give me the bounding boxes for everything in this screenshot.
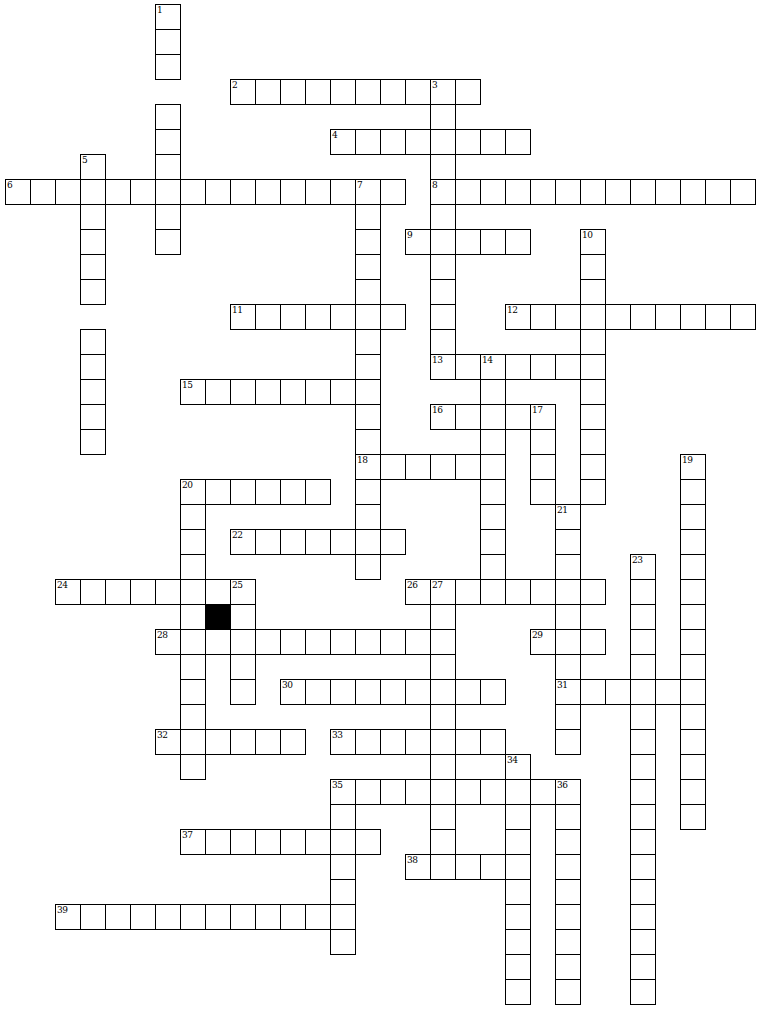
crossword-cell[interactable]	[530, 429, 556, 455]
crossword-cell[interactable]	[555, 629, 581, 655]
crossword-cell[interactable]	[130, 179, 156, 205]
crossword-cell[interactable]: 8	[430, 179, 456, 205]
crossword-cell[interactable]	[730, 304, 756, 330]
crossword-cell[interactable]	[430, 279, 456, 305]
crossword-cell[interactable]	[455, 179, 481, 205]
crossword-cell[interactable]	[355, 679, 381, 705]
crossword-cell[interactable]	[280, 479, 306, 505]
crossword-cell[interactable]	[630, 179, 656, 205]
crossword-cell[interactable]	[630, 779, 656, 805]
crossword-cell[interactable]	[430, 729, 456, 755]
crossword-cell[interactable]	[55, 179, 81, 205]
crossword-cell[interactable]	[555, 354, 581, 380]
crossword-cell[interactable]	[480, 454, 506, 480]
crossword-cell[interactable]	[130, 904, 156, 930]
crossword-cell[interactable]	[330, 179, 356, 205]
crossword-cell[interactable]	[330, 829, 356, 855]
crossword-cell[interactable]	[455, 354, 481, 380]
crossword-cell[interactable]	[680, 804, 706, 830]
crossword-cell[interactable]	[630, 729, 656, 755]
crossword-cell[interactable]	[630, 854, 656, 880]
crossword-cell[interactable]	[555, 554, 581, 580]
crossword-cell[interactable]: 14	[480, 354, 506, 380]
crossword-cell[interactable]	[680, 704, 706, 730]
crossword-cell[interactable]	[630, 904, 656, 930]
crossword-cell[interactable]	[580, 254, 606, 280]
crossword-cell[interactable]	[380, 529, 406, 555]
crossword-cell[interactable]: 30	[280, 679, 306, 705]
crossword-cell[interactable]: 16	[430, 404, 456, 430]
crossword-cell[interactable]	[355, 329, 381, 355]
crossword-cell[interactable]	[580, 479, 606, 505]
crossword-cell[interactable]	[455, 404, 481, 430]
crossword-cell[interactable]	[155, 29, 181, 55]
crossword-cell[interactable]	[480, 379, 506, 405]
crossword-cell[interactable]	[355, 429, 381, 455]
crossword-cell[interactable]	[680, 629, 706, 655]
crossword-cell[interactable]: 1	[155, 4, 181, 30]
crossword-cell[interactable]	[155, 229, 181, 255]
crossword-cell[interactable]	[580, 279, 606, 305]
crossword-cell[interactable]	[580, 454, 606, 480]
crossword-cell[interactable]: 3	[430, 79, 456, 105]
crossword-cell[interactable]	[580, 179, 606, 205]
crossword-cell[interactable]	[355, 79, 381, 105]
crossword-cell[interactable]	[630, 754, 656, 780]
crossword-cell[interactable]	[305, 79, 331, 105]
crossword-cell[interactable]	[305, 179, 331, 205]
crossword-cell[interactable]	[555, 704, 581, 730]
crossword-cell[interactable]	[330, 804, 356, 830]
crossword-cell[interactable]	[480, 579, 506, 605]
crossword-cell[interactable]	[430, 129, 456, 155]
crossword-cell[interactable]	[680, 479, 706, 505]
crossword-cell[interactable]	[680, 654, 706, 680]
crossword-cell[interactable]	[180, 904, 206, 930]
crossword-cell[interactable]	[355, 729, 381, 755]
crossword-cell[interactable]	[30, 179, 56, 205]
crossword-cell[interactable]	[555, 954, 581, 980]
crossword-cell[interactable]	[180, 504, 206, 530]
crossword-cell[interactable]	[155, 204, 181, 230]
crossword-cell[interactable]	[680, 754, 706, 780]
crossword-cell[interactable]	[180, 604, 206, 630]
crossword-cell[interactable]	[330, 629, 356, 655]
crossword-cell[interactable]	[430, 679, 456, 705]
crossword-cell[interactable]: 33	[330, 729, 356, 755]
crossword-cell[interactable]	[430, 654, 456, 680]
crossword-cell[interactable]	[605, 679, 631, 705]
crossword-cell[interactable]	[230, 729, 256, 755]
crossword-cell[interactable]	[455, 79, 481, 105]
crossword-cell[interactable]	[555, 979, 581, 1005]
crossword-cell[interactable]: 27	[430, 579, 456, 605]
crossword-cell[interactable]	[555, 854, 581, 880]
crossword-cell[interactable]: 6	[5, 179, 31, 205]
crossword-cell[interactable]	[80, 329, 106, 355]
crossword-cell[interactable]	[355, 404, 381, 430]
crossword-cell[interactable]	[455, 679, 481, 705]
crossword-cell[interactable]	[255, 304, 281, 330]
crossword-cell[interactable]	[380, 679, 406, 705]
crossword-cell[interactable]	[80, 379, 106, 405]
crossword-cell[interactable]	[705, 179, 731, 205]
crossword-cell[interactable]	[630, 804, 656, 830]
crossword-cell[interactable]	[305, 679, 331, 705]
crossword-cell[interactable]	[480, 229, 506, 255]
crossword-cell[interactable]	[355, 629, 381, 655]
crossword-cell[interactable]	[680, 179, 706, 205]
crossword-cell[interactable]	[330, 679, 356, 705]
crossword-cell[interactable]	[205, 579, 231, 605]
crossword-cell[interactable]	[555, 304, 581, 330]
crossword-cell[interactable]	[80, 354, 106, 380]
crossword-cell[interactable]	[430, 254, 456, 280]
crossword-cell[interactable]	[230, 479, 256, 505]
crossword-cell[interactable]	[105, 579, 131, 605]
crossword-cell[interactable]	[680, 529, 706, 555]
crossword-cell[interactable]: 5	[80, 154, 106, 180]
crossword-cell[interactable]	[480, 479, 506, 505]
crossword-cell[interactable]	[555, 804, 581, 830]
crossword-cell[interactable]	[505, 854, 531, 880]
crossword-cell[interactable]	[355, 229, 381, 255]
crossword-cell[interactable]	[105, 904, 131, 930]
crossword-cell[interactable]	[155, 904, 181, 930]
crossword-cell[interactable]	[405, 779, 431, 805]
crossword-cell[interactable]	[205, 379, 231, 405]
crossword-cell[interactable]	[555, 654, 581, 680]
crossword-cell[interactable]	[680, 579, 706, 605]
crossword-cell[interactable]	[630, 679, 656, 705]
crossword-cell[interactable]	[380, 79, 406, 105]
crossword-cell[interactable]	[230, 829, 256, 855]
crossword-cell[interactable]	[280, 304, 306, 330]
crossword-cell[interactable]	[80, 204, 106, 230]
crossword-cell[interactable]	[205, 829, 231, 855]
crossword-cell[interactable]	[280, 529, 306, 555]
crossword-cell[interactable]	[80, 179, 106, 205]
crossword-cell[interactable]: 18	[355, 454, 381, 480]
crossword-cell[interactable]	[605, 179, 631, 205]
crossword-cell[interactable]	[405, 129, 431, 155]
crossword-cell[interactable]	[155, 179, 181, 205]
crossword-cell[interactable]	[305, 529, 331, 555]
crossword-cell[interactable]	[530, 179, 556, 205]
crossword-cell[interactable]	[455, 729, 481, 755]
crossword-cell[interactable]	[355, 354, 381, 380]
crossword-cell[interactable]	[255, 529, 281, 555]
crossword-cell[interactable]	[480, 504, 506, 530]
crossword-cell[interactable]: 36	[555, 779, 581, 805]
crossword-cell[interactable]	[180, 179, 206, 205]
crossword-cell[interactable]	[580, 304, 606, 330]
crossword-cell[interactable]	[280, 729, 306, 755]
crossword-cell[interactable]	[180, 554, 206, 580]
crossword-cell[interactable]	[405, 679, 431, 705]
crossword-cell[interactable]	[430, 329, 456, 355]
crossword-cell[interactable]	[280, 829, 306, 855]
crossword-cell[interactable]	[380, 454, 406, 480]
crossword-cell[interactable]	[280, 629, 306, 655]
crossword-cell[interactable]	[355, 529, 381, 555]
crossword-cell[interactable]	[555, 604, 581, 630]
crossword-cell[interactable]	[580, 329, 606, 355]
crossword-cell[interactable]	[730, 179, 756, 205]
crossword-cell[interactable]	[405, 454, 431, 480]
crossword-cell[interactable]	[230, 679, 256, 705]
crossword-cell[interactable]	[330, 379, 356, 405]
crossword-cell[interactable]: 29	[530, 629, 556, 655]
crossword-cell[interactable]	[230, 379, 256, 405]
crossword-cell[interactable]	[505, 979, 531, 1005]
crossword-cell[interactable]	[505, 829, 531, 855]
crossword-cell[interactable]	[630, 629, 656, 655]
crossword-cell[interactable]	[580, 679, 606, 705]
crossword-cell[interactable]: 32	[155, 729, 181, 755]
crossword-cell[interactable]	[80, 229, 106, 255]
crossword-cell[interactable]	[205, 629, 231, 655]
crossword-cell[interactable]	[355, 779, 381, 805]
crossword-cell[interactable]	[355, 554, 381, 580]
crossword-cell[interactable]	[555, 179, 581, 205]
crossword-cell[interactable]	[655, 179, 681, 205]
crossword-cell[interactable]	[180, 654, 206, 680]
crossword-cell[interactable]	[430, 204, 456, 230]
crossword-cell[interactable]: 24	[55, 579, 81, 605]
crossword-cell[interactable]	[580, 579, 606, 605]
crossword-cell[interactable]	[205, 179, 231, 205]
crossword-cell[interactable]	[405, 79, 431, 105]
crossword-cell[interactable]	[130, 579, 156, 605]
crossword-cell[interactable]: 7	[355, 179, 381, 205]
crossword-cell[interactable]	[505, 229, 531, 255]
crossword-cell[interactable]	[630, 954, 656, 980]
crossword-cell[interactable]	[155, 579, 181, 605]
crossword-cell[interactable]	[355, 204, 381, 230]
crossword-cell[interactable]: 2	[230, 79, 256, 105]
crossword-cell[interactable]: 20	[180, 479, 206, 505]
crossword-cell[interactable]	[355, 504, 381, 530]
crossword-cell[interactable]	[305, 304, 331, 330]
crossword-cell[interactable]	[555, 579, 581, 605]
crossword-cell[interactable]	[580, 354, 606, 380]
crossword-cell[interactable]	[505, 929, 531, 955]
crossword-cell[interactable]	[555, 904, 581, 930]
crossword-cell[interactable]	[80, 279, 106, 305]
crossword-cell[interactable]	[580, 429, 606, 455]
crossword-cell[interactable]	[330, 304, 356, 330]
crossword-cell[interactable]	[255, 79, 281, 105]
crossword-cell[interactable]	[530, 354, 556, 380]
crossword-cell[interactable]	[255, 379, 281, 405]
crossword-cell[interactable]	[430, 779, 456, 805]
crossword-cell[interactable]	[455, 854, 481, 880]
crossword-cell[interactable]	[430, 829, 456, 855]
crossword-cell[interactable]	[80, 904, 106, 930]
crossword-cell[interactable]	[630, 879, 656, 905]
crossword-cell[interactable]	[230, 604, 256, 630]
crossword-cell[interactable]	[230, 179, 256, 205]
crossword-cell[interactable]	[630, 579, 656, 605]
crossword-cell[interactable]	[380, 179, 406, 205]
crossword-cell[interactable]	[105, 179, 131, 205]
crossword-cell[interactable]	[505, 779, 531, 805]
crossword-cell[interactable]	[355, 304, 381, 330]
crossword-cell[interactable]: 28	[155, 629, 181, 655]
crossword-cell[interactable]	[280, 904, 306, 930]
crossword-cell[interactable]	[330, 79, 356, 105]
crossword-cell[interactable]	[330, 879, 356, 905]
crossword-cell[interactable]	[680, 779, 706, 805]
crossword-cell[interactable]	[480, 129, 506, 155]
crossword-cell[interactable]	[630, 654, 656, 680]
crossword-cell[interactable]	[605, 304, 631, 330]
crossword-cell[interactable]	[255, 729, 281, 755]
crossword-cell[interactable]: 21	[555, 504, 581, 530]
crossword-cell[interactable]	[705, 304, 731, 330]
crossword-cell[interactable]	[530, 454, 556, 480]
crossword-cell[interactable]	[455, 454, 481, 480]
crossword-cell[interactable]	[380, 729, 406, 755]
crossword-cell[interactable]	[305, 479, 331, 505]
crossword-cell[interactable]	[680, 304, 706, 330]
crossword-cell[interactable]	[430, 754, 456, 780]
crossword-cell[interactable]	[430, 704, 456, 730]
crossword-cell[interactable]	[380, 304, 406, 330]
crossword-cell[interactable]	[180, 679, 206, 705]
crossword-cell[interactable]	[305, 829, 331, 855]
crossword-cell[interactable]: 9	[405, 229, 431, 255]
crossword-cell[interactable]	[505, 129, 531, 155]
crossword-cell[interactable]	[430, 454, 456, 480]
crossword-cell[interactable]	[280, 179, 306, 205]
crossword-cell[interactable]	[530, 304, 556, 330]
crossword-cell[interactable]	[655, 304, 681, 330]
crossword-cell[interactable]	[355, 129, 381, 155]
crossword-cell[interactable]	[180, 579, 206, 605]
crossword-cell[interactable]	[630, 829, 656, 855]
crossword-cell[interactable]: 23	[630, 554, 656, 580]
crossword-cell[interactable]	[230, 904, 256, 930]
crossword-cell[interactable]	[305, 379, 331, 405]
crossword-cell[interactable]: 35	[330, 779, 356, 805]
crossword-cell[interactable]	[230, 629, 256, 655]
crossword-cell[interactable]	[355, 479, 381, 505]
crossword-cell[interactable]	[505, 879, 531, 905]
crossword-cell[interactable]	[355, 379, 381, 405]
crossword-cell[interactable]	[455, 779, 481, 805]
crossword-cell[interactable]	[505, 904, 531, 930]
crossword-cell[interactable]	[255, 479, 281, 505]
crossword-cell[interactable]	[505, 579, 531, 605]
crossword-cell[interactable]: 15	[180, 379, 206, 405]
crossword-cell[interactable]	[530, 479, 556, 505]
crossword-cell[interactable]	[480, 179, 506, 205]
crossword-cell[interactable]	[380, 629, 406, 655]
crossword-cell[interactable]	[430, 804, 456, 830]
crossword-cell[interactable]: 17	[530, 404, 556, 430]
crossword-cell[interactable]	[180, 629, 206, 655]
crossword-cell[interactable]: 38	[405, 854, 431, 880]
crossword-cell[interactable]	[455, 229, 481, 255]
crossword-cell[interactable]	[480, 679, 506, 705]
crossword-cell[interactable]	[180, 704, 206, 730]
crossword-cell[interactable]	[480, 404, 506, 430]
crossword-cell[interactable]	[480, 729, 506, 755]
crossword-cell[interactable]: 26	[405, 579, 431, 605]
crossword-cell[interactable]: 11	[230, 304, 256, 330]
crossword-cell[interactable]	[230, 654, 256, 680]
crossword-cell[interactable]	[205, 729, 231, 755]
crossword-cell[interactable]	[580, 629, 606, 655]
crossword-cell[interactable]	[480, 529, 506, 555]
crossword-cell[interactable]	[430, 154, 456, 180]
crossword-cell[interactable]	[630, 704, 656, 730]
crossword-cell[interactable]	[355, 279, 381, 305]
crossword-cell[interactable]	[355, 829, 381, 855]
crossword-cell[interactable]	[430, 304, 456, 330]
crossword-cell[interactable]	[155, 54, 181, 80]
crossword-cell[interactable]	[680, 679, 706, 705]
crossword-cell[interactable]	[380, 779, 406, 805]
crossword-cell[interactable]	[255, 829, 281, 855]
crossword-cell[interactable]: 10	[580, 229, 606, 255]
crossword-cell[interactable]	[555, 879, 581, 905]
crossword-cell[interactable]: 4	[330, 129, 356, 155]
crossword-cell[interactable]	[255, 904, 281, 930]
crossword-cell[interactable]	[155, 129, 181, 155]
crossword-cell[interactable]	[480, 854, 506, 880]
crossword-cell[interactable]	[680, 604, 706, 630]
crossword-cell[interactable]	[180, 754, 206, 780]
crossword-cell[interactable]: 37	[180, 829, 206, 855]
crossword-cell[interactable]	[180, 529, 206, 555]
crossword-cell[interactable]	[680, 504, 706, 530]
crossword-cell[interactable]	[255, 179, 281, 205]
crossword-cell[interactable]: 22	[230, 529, 256, 555]
crossword-cell[interactable]: 12	[505, 304, 531, 330]
crossword-cell[interactable]	[430, 854, 456, 880]
crossword-cell[interactable]: 34	[505, 754, 531, 780]
crossword-cell[interactable]	[205, 904, 231, 930]
crossword-cell[interactable]	[280, 379, 306, 405]
crossword-cell[interactable]	[555, 529, 581, 555]
crossword-cell[interactable]	[80, 254, 106, 280]
crossword-cell[interactable]: 19	[680, 454, 706, 480]
crossword-cell[interactable]	[330, 929, 356, 955]
crossword-cell[interactable]	[655, 679, 681, 705]
crossword-cell[interactable]	[155, 154, 181, 180]
crossword-cell[interactable]	[480, 429, 506, 455]
crossword-cell[interactable]	[630, 304, 656, 330]
crossword-cell[interactable]	[630, 979, 656, 1005]
crossword-cell[interactable]	[455, 129, 481, 155]
crossword-cell[interactable]	[480, 779, 506, 805]
crossword-cell[interactable]	[680, 729, 706, 755]
crossword-cell[interactable]	[630, 929, 656, 955]
crossword-cell[interactable]	[530, 579, 556, 605]
crossword-cell[interactable]	[580, 404, 606, 430]
crossword-cell[interactable]	[505, 804, 531, 830]
crossword-cell[interactable]	[330, 529, 356, 555]
crossword-cell[interactable]: 39	[55, 904, 81, 930]
crossword-cell[interactable]: 25	[230, 579, 256, 605]
crossword-cell[interactable]	[330, 854, 356, 880]
crossword-cell[interactable]	[555, 729, 581, 755]
crossword-cell[interactable]	[155, 104, 181, 130]
crossword-cell[interactable]	[505, 354, 531, 380]
